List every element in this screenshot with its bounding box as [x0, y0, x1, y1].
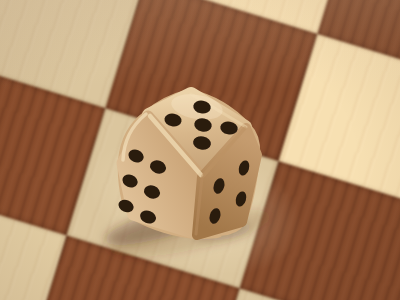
- photo-stage: [0, 0, 400, 300]
- checkerboard: [0, 0, 400, 300]
